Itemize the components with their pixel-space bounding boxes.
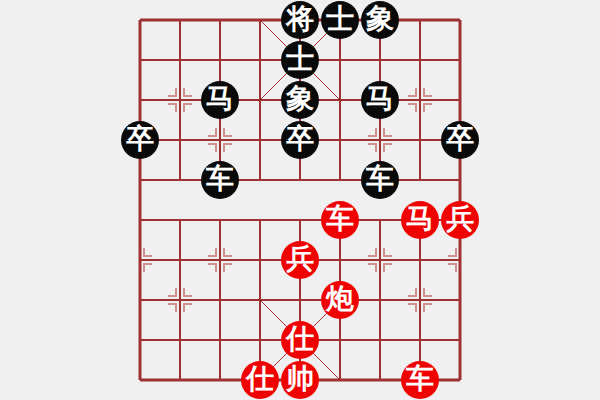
piece-glyph: 炮 — [326, 285, 354, 313]
piece-red-soldier[interactable]: 兵 — [441, 201, 479, 239]
piece-black-advisor[interactable]: 士 — [321, 1, 359, 39]
piece-glyph: 卒 — [446, 125, 474, 153]
piece-glyph: 车 — [366, 165, 394, 193]
piece-glyph: 仕 — [286, 325, 314, 353]
xiangqi-board-screen: 将士象士马象马卒卒卒车车车马兵兵炮仕仕帅车 — [0, 0, 600, 400]
piece-red-chariot[interactable]: 车 — [321, 201, 359, 239]
piece-black-soldier[interactable]: 卒 — [121, 121, 159, 159]
piece-red-advisor[interactable]: 仕 — [281, 321, 319, 359]
piece-glyph: 象 — [366, 5, 394, 33]
piece-glyph: 车 — [406, 365, 434, 393]
piece-red-advisor[interactable]: 仕 — [241, 361, 279, 399]
piece-glyph: 将 — [286, 5, 314, 33]
piece-black-soldier[interactable]: 卒 — [441, 121, 479, 159]
piece-glyph: 卒 — [286, 125, 314, 153]
piece-glyph: 兵 — [286, 245, 314, 273]
piece-black-soldier[interactable]: 卒 — [281, 121, 319, 159]
piece-black-horse[interactable]: 马 — [361, 81, 399, 119]
piece-red-chariot[interactable]: 车 — [401, 361, 439, 399]
piece-red-soldier[interactable]: 兵 — [281, 241, 319, 279]
piece-black-elephant[interactable]: 象 — [361, 1, 399, 39]
piece-glyph: 仕 — [246, 365, 274, 393]
piece-glyph: 马 — [406, 205, 434, 233]
piece-glyph: 卒 — [126, 125, 154, 153]
piece-red-horse[interactable]: 马 — [401, 201, 439, 239]
piece-black-chariot[interactable]: 车 — [361, 161, 399, 199]
piece-black-horse[interactable]: 马 — [201, 81, 239, 119]
piece-glyph: 马 — [366, 85, 394, 113]
piece-black-general[interactable]: 将 — [281, 1, 319, 39]
piece-red-general[interactable]: 帅 — [281, 361, 319, 399]
piece-glyph: 车 — [206, 165, 234, 193]
piece-glyph: 马 — [206, 85, 234, 113]
piece-glyph: 车 — [326, 205, 354, 233]
piece-black-chariot[interactable]: 车 — [201, 161, 239, 199]
piece-black-elephant[interactable]: 象 — [281, 81, 319, 119]
piece-black-advisor[interactable]: 士 — [281, 41, 319, 79]
pieces-layer: 将士象士马象马卒卒卒车车车马兵兵炮仕仕帅车 — [0, 0, 600, 400]
piece-red-cannon[interactable]: 炮 — [321, 281, 359, 319]
piece-glyph: 兵 — [446, 205, 474, 233]
piece-glyph: 象 — [286, 85, 314, 113]
piece-glyph: 士 — [286, 45, 314, 73]
piece-glyph: 士 — [326, 5, 354, 33]
piece-glyph: 帅 — [286, 365, 314, 393]
